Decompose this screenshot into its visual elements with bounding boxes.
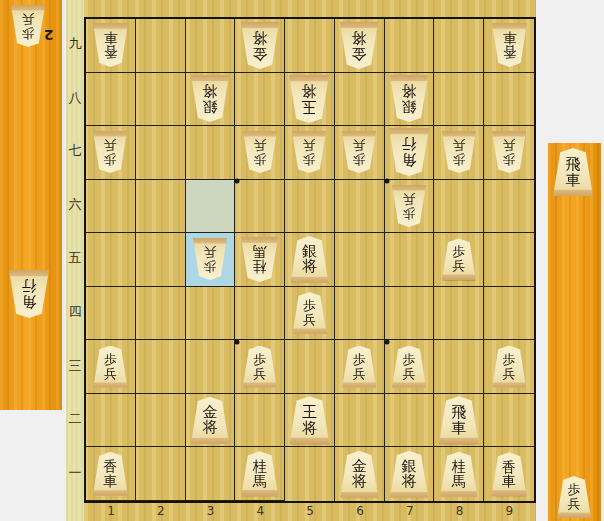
square-4八[interactable] xyxy=(235,73,285,127)
koma-kanji: 兵 xyxy=(403,367,416,381)
koma-kanji: 兵 xyxy=(104,367,117,381)
koma-kin-sente[interactable]: 金将 xyxy=(340,22,378,69)
koma-kanji: 歩 xyxy=(503,353,516,367)
square-5六[interactable] xyxy=(285,180,335,234)
square-9五[interactable] xyxy=(484,233,534,287)
square-3二[interactable]: 金将 xyxy=(186,394,236,448)
koma-kanji: 車 xyxy=(451,420,466,436)
square-9二[interactable] xyxy=(484,394,534,448)
koma-kanji: 歩 xyxy=(452,152,465,166)
square-4七[interactable]: 歩兵 xyxy=(235,126,285,180)
koma-kanji: 銀 xyxy=(402,99,417,115)
square-4三[interactable]: 歩兵 xyxy=(235,340,285,394)
komadai-sente[interactable]: 歩兵2角行 xyxy=(0,0,62,410)
square-3六[interactable] xyxy=(186,180,236,234)
square-6三[interactable]: 歩兵 xyxy=(335,340,385,394)
square-8五[interactable]: 歩兵 xyxy=(434,233,484,287)
koma-kanji: 兵 xyxy=(253,138,266,152)
koma-fu-sente[interactable]: 歩兵 xyxy=(442,131,476,173)
koma-kanji: 金 xyxy=(352,45,367,61)
koma-kaku-sente[interactable]: 角行 xyxy=(9,270,49,318)
koma-kanji: 飛 xyxy=(451,404,466,420)
square-2五[interactable] xyxy=(136,233,186,287)
file-label-1: 1 xyxy=(101,504,121,518)
square-6七[interactable]: 歩兵 xyxy=(335,126,385,180)
koma-kanji: 歩 xyxy=(403,353,416,367)
square-1二[interactable] xyxy=(86,394,136,448)
file-label-4: 4 xyxy=(250,504,270,518)
koma-kanji: 香 xyxy=(103,45,117,60)
koma-kaku-sente[interactable]: 角行 xyxy=(389,128,429,176)
koma-kanji: 歩 xyxy=(403,206,416,220)
square-9四[interactable] xyxy=(484,287,534,341)
koma-kanji: 兵 xyxy=(303,313,316,327)
square-5四[interactable]: 歩兵 xyxy=(285,287,335,341)
square-8六[interactable] xyxy=(434,180,484,234)
square-1八[interactable] xyxy=(86,73,136,127)
koma-gin-sente[interactable]: 銀将 xyxy=(390,75,428,122)
square-6八[interactable] xyxy=(335,73,385,127)
koma-fu-gote[interactable]: 歩兵 xyxy=(442,238,476,280)
square-3一[interactable] xyxy=(186,447,236,501)
square-3八[interactable]: 銀将 xyxy=(186,73,236,127)
koma-fu-sente[interactable]: 歩兵 xyxy=(492,131,526,173)
square-2三[interactable] xyxy=(136,340,186,394)
koma-kanji: 香 xyxy=(502,45,516,60)
koma-kanji: 王 xyxy=(302,404,317,420)
koma-fu-sente[interactable]: 歩兵 xyxy=(193,238,227,280)
square-7二[interactable] xyxy=(385,394,435,448)
koma-gin-gote[interactable]: 銀将 xyxy=(390,451,428,498)
square-1六[interactable] xyxy=(86,180,136,234)
square-4五[interactable]: 桂馬 xyxy=(235,233,285,287)
koma-kanji: 兵 xyxy=(452,259,465,273)
koma-fu-sente[interactable]: 歩兵 xyxy=(342,131,376,173)
koma-kanji: 香 xyxy=(103,459,117,474)
square-4一[interactable]: 桂馬 xyxy=(235,447,285,501)
square-3五[interactable]: 歩兵 xyxy=(186,233,236,287)
koma-kanji: 馬 xyxy=(253,474,267,489)
koma-kanji: 将 xyxy=(302,83,317,99)
file-label-9: 9 xyxy=(499,504,519,518)
koma-kanji: 車 xyxy=(103,474,117,489)
rank-label-1: 一 xyxy=(66,466,84,479)
koma-kanji: 歩 xyxy=(203,259,216,273)
square-8九[interactable] xyxy=(434,19,484,73)
koma-kanji: 兵 xyxy=(353,138,366,152)
koma-fu-gote[interactable]: 歩兵 xyxy=(392,346,426,388)
koma-kyousha-sente[interactable]: 香車 xyxy=(492,23,527,67)
koma-kanji: 玉 xyxy=(302,99,317,115)
koma-keima-gote[interactable]: 桂馬 xyxy=(241,451,278,496)
square-4六[interactable] xyxy=(235,180,285,234)
koma-kanji: 金 xyxy=(252,45,267,61)
square-1五[interactable] xyxy=(86,233,136,287)
koma-kanji: 車 xyxy=(502,31,516,46)
shogi-app: { "game": "shogi", "view": "gote-side-vi… xyxy=(0,0,604,521)
koma-hisha-gote[interactable]: 飛車 xyxy=(439,396,479,444)
square-8八[interactable] xyxy=(434,73,484,127)
square-2二[interactable] xyxy=(136,394,186,448)
square-5三[interactable] xyxy=(285,340,335,394)
square-3九[interactable] xyxy=(186,19,236,73)
square-8三[interactable] xyxy=(434,340,484,394)
koma-kanji: 歩 xyxy=(22,26,35,40)
square-7五[interactable] xyxy=(385,233,435,287)
koma-kanji: 馬 xyxy=(452,474,466,489)
koma-kanji: 歩 xyxy=(104,152,117,166)
koma-kanji: 車 xyxy=(103,31,117,46)
koma-kanji: 将 xyxy=(302,259,317,275)
square-4二[interactable] xyxy=(235,394,285,448)
koma-kanji: 行 xyxy=(22,278,37,294)
koma-kanji: 兵 xyxy=(22,12,35,26)
koma-fu-sente[interactable]: 歩兵 xyxy=(243,131,277,173)
koma-kyousha-gote[interactable]: 香車 xyxy=(93,452,128,496)
hand-gote-fu[interactable]: 歩兵 xyxy=(557,476,591,518)
koma-kanji: 歩 xyxy=(353,152,366,166)
square-3三[interactable] xyxy=(186,340,236,394)
koma-fu-gote[interactable]: 歩兵 xyxy=(492,346,526,388)
hand-sente-fu[interactable]: 歩兵 xyxy=(11,5,45,47)
koma-fu-gote[interactable]: 歩兵 xyxy=(93,346,127,388)
rank-label-9: 九 xyxy=(66,37,84,50)
square-2六[interactable] xyxy=(136,180,186,234)
rank-label-7: 七 xyxy=(66,144,84,157)
square-5七[interactable]: 歩兵 xyxy=(285,126,335,180)
koma-kanji: 歩 xyxy=(303,299,316,313)
koma-kanji: 車 xyxy=(502,474,516,489)
koma-gin-sente[interactable]: 銀将 xyxy=(191,75,229,122)
koma-kanji: 兵 xyxy=(503,367,516,381)
koma-kanji: 将 xyxy=(402,83,417,99)
koma-kanji: 兵 xyxy=(503,138,516,152)
koma-kanji: 歩 xyxy=(503,152,516,166)
square-5八[interactable]: 玉将 xyxy=(285,73,335,127)
hoshi-dot xyxy=(234,340,239,345)
koma-fu-gote[interactable]: 歩兵 xyxy=(243,346,277,388)
koma-fu-gote[interactable]: 歩兵 xyxy=(292,292,326,334)
koma-kanji: 兵 xyxy=(303,138,316,152)
rank-labels: 九八七六五四三二一 xyxy=(66,0,84,521)
koma-kanji: 将 xyxy=(202,420,217,436)
koma-kanji: 銀 xyxy=(202,99,217,115)
square-5二[interactable]: 王将 xyxy=(285,394,335,448)
square-2八[interactable] xyxy=(136,73,186,127)
shogi-board: 香車金将金将香車銀将玉将銀将歩兵歩兵歩兵歩兵角行歩兵歩兵歩兵歩兵桂馬銀将歩兵歩兵… xyxy=(84,0,536,521)
square-8一[interactable]: 桂馬 xyxy=(434,447,484,501)
koma-kanji: 兵 xyxy=(253,367,266,381)
koma-gin-gote[interactable]: 銀将 xyxy=(290,236,328,283)
square-2一[interactable] xyxy=(136,447,186,501)
square-1七[interactable]: 歩兵 xyxy=(86,126,136,180)
square-2七[interactable] xyxy=(136,126,186,180)
koma-kanji: 桂 xyxy=(253,459,267,474)
square-6一[interactable]: 金将 xyxy=(335,447,385,501)
hand-count-sente-fu: 2 xyxy=(44,27,54,43)
rank-label-5: 五 xyxy=(66,251,84,264)
hand-sente-kaku[interactable]: 角行 xyxy=(9,270,49,318)
file-label-3: 3 xyxy=(201,504,221,518)
koma-kanji: 将 xyxy=(402,474,417,490)
koma-fu-sente[interactable]: 歩兵 xyxy=(93,131,127,173)
square-2九[interactable] xyxy=(136,19,186,73)
file-label-8: 8 xyxy=(450,504,470,518)
square-9八[interactable] xyxy=(484,73,534,127)
square-1四[interactable] xyxy=(86,287,136,341)
koma-kanji: 将 xyxy=(252,30,267,46)
koma-fu-sente[interactable]: 歩兵 xyxy=(292,131,326,173)
square-6二[interactable] xyxy=(335,394,385,448)
square-7三[interactable]: 歩兵 xyxy=(385,340,435,394)
square-7七[interactable]: 角行 xyxy=(385,126,435,180)
square-7八[interactable]: 銀将 xyxy=(385,73,435,127)
square-5五[interactable]: 銀将 xyxy=(285,233,335,287)
koma-kanji: 歩 xyxy=(104,353,117,367)
hoshi-dot xyxy=(234,178,239,183)
square-5九[interactable] xyxy=(285,19,335,73)
square-8二[interactable]: 飛車 xyxy=(434,394,484,448)
rank-label-4: 四 xyxy=(66,305,84,318)
square-3四[interactable] xyxy=(186,287,236,341)
square-7一[interactable]: 銀将 xyxy=(385,447,435,501)
square-1九[interactable]: 香車 xyxy=(86,19,136,73)
koma-kanji: 行 xyxy=(402,136,417,152)
koma-kanji: 兵 xyxy=(353,367,366,381)
board-grid: 香車金将金将香車銀将玉将銀将歩兵歩兵歩兵歩兵角行歩兵歩兵歩兵歩兵桂馬銀将歩兵歩兵… xyxy=(84,17,536,503)
koma-kyousha-sente[interactable]: 香車 xyxy=(93,23,128,67)
square-6五[interactable] xyxy=(335,233,385,287)
hoshi-dot xyxy=(385,340,390,345)
square-4九[interactable]: 金将 xyxy=(235,19,285,73)
komadai-gote[interactable]: 飛車歩兵 xyxy=(548,143,601,521)
koma-kanji: 歩 xyxy=(353,353,366,367)
hoshi-dot xyxy=(385,178,390,183)
rank-label-3: 三 xyxy=(66,359,84,372)
koma-kyousha-gote[interactable]: 香車 xyxy=(492,452,527,496)
koma-kanji: 将 xyxy=(202,83,217,99)
square-9三[interactable]: 歩兵 xyxy=(484,340,534,394)
rank-label-6: 六 xyxy=(66,198,84,211)
koma-keima-gote[interactable]: 桂馬 xyxy=(440,452,477,497)
koma-fu-sente[interactable]: 歩兵 xyxy=(392,185,426,227)
koma-kanji: 兵 xyxy=(568,497,581,511)
square-8七[interactable]: 歩兵 xyxy=(434,126,484,180)
square-7六[interactable]: 歩兵 xyxy=(385,180,435,234)
koma-kanji: 角 xyxy=(22,294,37,310)
koma-gyoku-sente[interactable]: 玉将 xyxy=(289,75,329,123)
koma-kin-gote[interactable]: 金将 xyxy=(191,397,229,444)
square-3七[interactable] xyxy=(186,126,236,180)
koma-kanji: 飛 xyxy=(566,156,581,172)
square-9七[interactable]: 歩兵 xyxy=(484,126,534,180)
rank-label-2: 二 xyxy=(66,412,84,425)
rank-label-8: 八 xyxy=(66,91,84,104)
koma-kanji: 兵 xyxy=(403,192,416,206)
square-6四[interactable] xyxy=(335,287,385,341)
square-1一[interactable]: 香車 xyxy=(86,447,136,501)
koma-kanji: 馬 xyxy=(253,244,267,259)
file-label-7: 7 xyxy=(400,504,420,518)
square-6六[interactable] xyxy=(335,180,385,234)
koma-hisha-gote[interactable]: 飛車 xyxy=(553,148,593,196)
file-label-6: 6 xyxy=(350,504,370,518)
koma-fu-gote[interactable]: 歩兵 xyxy=(557,476,591,518)
koma-fu-gote[interactable]: 歩兵 xyxy=(342,346,376,388)
file-label-5: 5 xyxy=(300,504,320,518)
square-2四[interactable] xyxy=(136,287,186,341)
koma-keima-sente[interactable]: 桂馬 xyxy=(241,237,278,282)
square-7九[interactable] xyxy=(385,19,435,73)
koma-kanji: 歩 xyxy=(253,152,266,166)
koma-ou-gote[interactable]: 王将 xyxy=(289,396,329,444)
square-9一[interactable]: 香車 xyxy=(484,447,534,501)
koma-fu-sente[interactable]: 歩兵 xyxy=(11,5,45,47)
square-7四[interactable] xyxy=(385,287,435,341)
koma-kanji: 香 xyxy=(502,460,516,475)
koma-kanji: 歩 xyxy=(303,152,316,166)
koma-kanji: 歩 xyxy=(253,353,266,367)
koma-kanji: 兵 xyxy=(452,138,465,152)
koma-kanji: 将 xyxy=(352,30,367,46)
koma-kanji: 角 xyxy=(402,152,417,168)
file-label-2: 2 xyxy=(151,504,171,518)
koma-kanji: 将 xyxy=(302,420,317,436)
koma-kin-sente[interactable]: 金将 xyxy=(241,22,279,69)
square-6九[interactable]: 金将 xyxy=(335,19,385,73)
square-5一[interactable] xyxy=(285,447,335,501)
koma-kanji: 桂 xyxy=(452,459,466,474)
koma-kin-gote[interactable]: 金将 xyxy=(340,451,378,498)
koma-kanji: 桂 xyxy=(253,259,267,274)
square-9九[interactable]: 香車 xyxy=(484,19,534,73)
square-4四[interactable] xyxy=(235,287,285,341)
koma-kanji: 兵 xyxy=(203,245,216,259)
koma-kanji: 車 xyxy=(566,172,581,188)
square-8四[interactable] xyxy=(434,287,484,341)
koma-kanji: 歩 xyxy=(568,483,581,497)
hand-gote-hisha[interactable]: 飛車 xyxy=(553,148,593,196)
koma-kanji: 兵 xyxy=(104,138,117,152)
square-1三[interactable]: 歩兵 xyxy=(86,340,136,394)
koma-kanji: 歩 xyxy=(452,245,465,259)
square-9六[interactable] xyxy=(484,180,534,234)
koma-kanji: 将 xyxy=(352,474,367,490)
